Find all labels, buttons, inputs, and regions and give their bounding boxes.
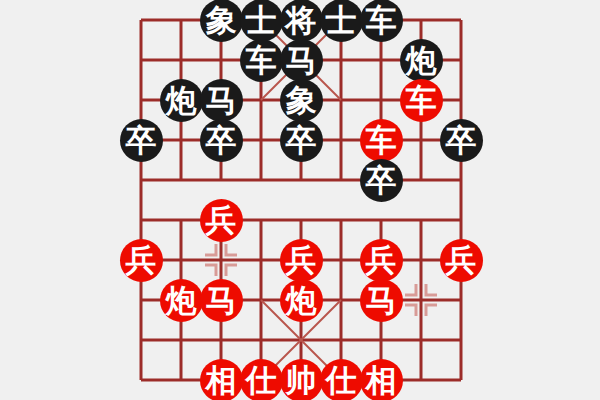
- piece-black-advisor[interactable]: 士: [240, 0, 283, 42]
- piece-black-chariot[interactable]: 车: [360, 0, 403, 42]
- piece-red-soldier[interactable]: 兵: [360, 239, 403, 282]
- piece-red-cannon[interactable]: 炮: [280, 279, 323, 322]
- piece-black-elephant[interactable]: 象: [280, 79, 323, 122]
- piece-black-horse[interactable]: 马: [280, 39, 323, 82]
- piece-red-chariot[interactable]: 车: [360, 119, 403, 162]
- xiangqi-board: 象士将士车车马炮炮马象车卒卒卒车卒卒兵兵兵兵兵炮马炮马相仕帅仕相: [0, 0, 600, 400]
- piece-black-general[interactable]: 将: [280, 0, 323, 42]
- piece-black-cannon[interactable]: 炮: [400, 39, 443, 82]
- piece-black-soldier[interactable]: 卒: [280, 119, 323, 162]
- piece-black-soldier[interactable]: 卒: [120, 119, 163, 162]
- piece-black-chariot[interactable]: 车: [240, 39, 283, 82]
- piece-black-advisor[interactable]: 士: [320, 0, 363, 42]
- piece-black-horse[interactable]: 马: [200, 79, 243, 122]
- piece-red-soldier[interactable]: 兵: [200, 199, 243, 242]
- piece-red-general[interactable]: 帅: [280, 359, 323, 400]
- piece-black-soldier[interactable]: 卒: [440, 119, 483, 162]
- piece-red-soldier[interactable]: 兵: [440, 239, 483, 282]
- piece-red-horse[interactable]: 马: [360, 279, 403, 322]
- piece-red-horse[interactable]: 马: [200, 279, 243, 322]
- piece-red-advisor[interactable]: 仕: [320, 359, 363, 400]
- piece-red-soldier[interactable]: 兵: [280, 239, 323, 282]
- piece-red-elephant[interactable]: 相: [200, 359, 243, 400]
- piece-black-elephant[interactable]: 象: [200, 0, 243, 42]
- piece-red-elephant[interactable]: 相: [360, 359, 403, 400]
- piece-black-cannon[interactable]: 炮: [160, 79, 203, 122]
- piece-red-advisor[interactable]: 仕: [240, 359, 283, 400]
- piece-black-soldier[interactable]: 卒: [360, 159, 403, 202]
- piece-red-chariot[interactable]: 车: [400, 79, 443, 122]
- piece-red-cannon[interactable]: 炮: [160, 279, 203, 322]
- piece-black-soldier[interactable]: 卒: [200, 119, 243, 162]
- piece-red-soldier[interactable]: 兵: [120, 239, 163, 282]
